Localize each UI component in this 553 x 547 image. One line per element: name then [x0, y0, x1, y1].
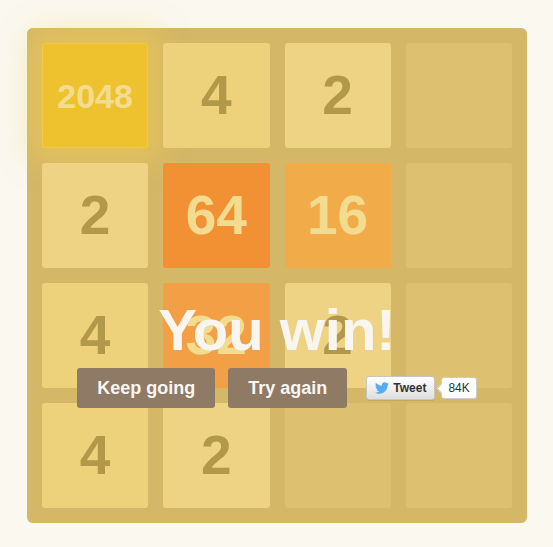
game-container: 20484226416432242 You win! Keep going Tr… [27, 28, 527, 523]
tweet-count-bubble[interactable]: 84K [441, 377, 476, 399]
keep-going-button[interactable]: Keep going [77, 368, 215, 408]
message-actions-row: Keep going Try again Tweet 84K [27, 368, 527, 408]
tweet-count-caret [437, 384, 447, 394]
twitter-bird-icon [375, 381, 389, 395]
win-title: You win! [27, 300, 527, 360]
tweet-count-value: 84K [448, 381, 469, 395]
try-again-button[interactable]: Try again [228, 368, 347, 408]
win-overlay: You win! Keep going Try again Tweet 84K [27, 28, 527, 523]
tweet-button-label: Tweet [393, 381, 426, 395]
tweet-button[interactable]: Tweet [366, 376, 435, 400]
tweet-widget: Tweet 84K [366, 376, 476, 400]
